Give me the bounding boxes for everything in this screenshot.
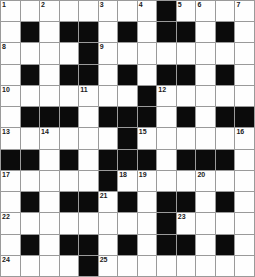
white-cell-r10c4[interactable]: [79, 213, 98, 233]
black-cell-r4c7: [138, 86, 157, 106]
white-cell-r9c12[interactable]: [235, 192, 254, 212]
white-cell-r6c5[interactable]: [99, 128, 118, 148]
black-cell-r5c5: [99, 107, 118, 127]
clue-number-23: 23: [178, 213, 186, 221]
black-cell-r5c2: [40, 107, 59, 127]
black-cell-r11c9: [177, 235, 196, 255]
white-cell-r2c12[interactable]: [235, 43, 254, 63]
black-cell-r7c9: [177, 150, 196, 170]
clue-number-6: 6: [197, 1, 201, 9]
white-cell-r8c8[interactable]: [157, 171, 176, 191]
white-cell-r2c5[interactable]: 9: [99, 43, 118, 63]
white-cell-r10c9[interactable]: 23: [177, 213, 196, 233]
black-cell-r1c11: [216, 22, 235, 42]
white-cell-r0c2[interactable]: 2: [40, 1, 59, 21]
white-cell-r6c2[interactable]: 14: [40, 128, 59, 148]
white-cell-r7c12[interactable]: [235, 150, 254, 170]
black-cell-r12c4: [79, 256, 98, 276]
white-cell-r2c10[interactable]: [196, 43, 215, 63]
white-cell-r9c0[interactable]: [1, 192, 20, 212]
white-cell-r3c5[interactable]: [99, 65, 118, 85]
clue-number-13: 13: [2, 128, 10, 136]
white-cell-r6c8[interactable]: [157, 128, 176, 148]
white-cell-r8c12[interactable]: [235, 171, 254, 191]
white-cell-r10c3[interactable]: [60, 213, 79, 233]
white-cell-r12c11[interactable]: [216, 256, 235, 276]
white-cell-r0c5[interactable]: 3: [99, 1, 118, 21]
clue-number-7: 7: [236, 1, 240, 9]
clue-number-17: 17: [2, 171, 10, 179]
black-cell-r5c9: [177, 107, 196, 127]
clue-number-20: 20: [197, 171, 205, 179]
white-cell-r2c1[interactable]: [21, 43, 40, 63]
black-cell-r9c3: [60, 192, 79, 212]
white-cell-r6c7[interactable]: 15: [138, 128, 157, 148]
white-cell-r6c4[interactable]: [79, 128, 98, 148]
clue-number-4: 4: [139, 1, 143, 9]
black-cell-r9c6: [118, 192, 137, 212]
white-cell-r10c7[interactable]: [138, 213, 157, 233]
clue-number-9: 9: [100, 43, 104, 51]
clue-number-5: 5: [178, 1, 182, 9]
white-cell-r11c0[interactable]: [1, 235, 20, 255]
black-cell-r9c4: [79, 192, 98, 212]
clue-number-18: 18: [119, 171, 127, 179]
white-cell-r6c3[interactable]: [60, 128, 79, 148]
black-cell-r1c3: [60, 22, 79, 42]
clue-number-2: 2: [41, 1, 45, 9]
clue-number-16: 16: [236, 128, 244, 136]
black-cell-r3c11: [216, 65, 235, 85]
clue-number-12: 12: [158, 86, 166, 94]
black-cell-r11c8: [157, 235, 176, 255]
white-cell-r2c3[interactable]: [60, 43, 79, 63]
white-cell-r8c4[interactable]: [79, 171, 98, 191]
white-cell-r9c5[interactable]: 21: [99, 192, 118, 212]
black-cell-r3c4: [79, 65, 98, 85]
white-cell-r12c0[interactable]: 24: [1, 256, 20, 276]
white-cell-r2c2[interactable]: [40, 43, 59, 63]
white-cell-r4c5[interactable]: [99, 86, 118, 106]
white-cell-r9c10[interactable]: [196, 192, 215, 212]
white-cell-r9c2[interactable]: [40, 192, 59, 212]
black-cell-r7c6: [118, 150, 137, 170]
white-cell-r1c10[interactable]: [196, 22, 215, 42]
black-cell-r5c11: [216, 107, 235, 127]
white-cell-r2c6[interactable]: [118, 43, 137, 63]
black-cell-r9c8: [157, 192, 176, 212]
white-cell-r10c10[interactable]: [196, 213, 215, 233]
white-cell-r2c0[interactable]: 8: [1, 43, 20, 63]
black-cell-r11c6: [118, 235, 137, 255]
black-cell-r3c8: [157, 65, 176, 85]
white-cell-r3c7[interactable]: [138, 65, 157, 85]
white-cell-r10c5[interactable]: [99, 213, 118, 233]
white-cell-r4c4[interactable]: 11: [79, 86, 98, 106]
white-cell-r6c1[interactable]: [21, 128, 40, 148]
white-cell-r6c11[interactable]: [216, 128, 235, 148]
black-cell-r11c11: [216, 235, 235, 255]
white-cell-r8c6[interactable]: 18: [118, 171, 137, 191]
white-cell-r10c11[interactable]: [216, 213, 235, 233]
white-cell-r2c8[interactable]: [157, 43, 176, 63]
white-cell-r8c3[interactable]: [60, 171, 79, 191]
white-cell-r1c0[interactable]: [1, 22, 20, 42]
black-cell-r1c8: [157, 22, 176, 42]
white-cell-r4c10[interactable]: [196, 86, 215, 106]
white-cell-r0c10[interactable]: 6: [196, 1, 215, 21]
white-cell-r0c1[interactable]: [21, 1, 40, 21]
white-cell-r12c12[interactable]: [235, 256, 254, 276]
black-cell-r7c10: [196, 150, 215, 170]
white-cell-r12c1[interactable]: [21, 256, 40, 276]
white-cell-r9c7[interactable]: [138, 192, 157, 212]
white-cell-r4c2[interactable]: [40, 86, 59, 106]
white-cell-r2c9[interactable]: [177, 43, 196, 63]
black-cell-r5c3: [60, 107, 79, 127]
white-cell-r6c10[interactable]: [196, 128, 215, 148]
white-cell-r12c9[interactable]: [177, 256, 196, 276]
white-cell-r0c9[interactable]: 5: [177, 1, 196, 21]
clue-number-8: 8: [2, 43, 6, 51]
white-cell-r4c11[interactable]: [216, 86, 235, 106]
black-cell-r10c8: [157, 213, 176, 233]
white-cell-r3c2[interactable]: [40, 65, 59, 85]
white-cell-r5c4[interactable]: [79, 107, 98, 127]
black-cell-r11c1: [21, 235, 40, 255]
clue-number-10: 10: [2, 86, 10, 94]
black-cell-r5c7: [138, 107, 157, 127]
clue-number-19: 19: [139, 171, 147, 179]
black-cell-r3c6: [118, 65, 137, 85]
clue-number-14: 14: [41, 128, 49, 136]
white-cell-r0c11[interactable]: [216, 1, 235, 21]
white-cell-r12c2[interactable]: [40, 256, 59, 276]
white-cell-r2c11[interactable]: [216, 43, 235, 63]
black-cell-r1c9: [177, 22, 196, 42]
black-cell-r1c4: [79, 22, 98, 42]
black-cell-r7c5: [99, 150, 118, 170]
clue-number-24: 24: [2, 256, 10, 264]
white-cell-r11c2[interactable]: [40, 235, 59, 255]
white-cell-r8c1[interactable]: [21, 171, 40, 191]
black-cell-r9c9: [177, 192, 196, 212]
clue-number-25: 25: [100, 256, 108, 264]
clue-number-11: 11: [80, 86, 87, 94]
white-cell-r11c12[interactable]: [235, 235, 254, 255]
black-cell-r7c7: [138, 150, 157, 170]
clue-number-15: 15: [139, 128, 147, 136]
white-cell-r6c0[interactable]: 13: [1, 128, 20, 148]
black-cell-r11c3: [60, 235, 79, 255]
clue-number-1: 1: [2, 1, 6, 9]
white-cell-r3c12[interactable]: [235, 65, 254, 85]
white-cell-r10c6[interactable]: [118, 213, 137, 233]
black-cell-r6c6: [118, 128, 137, 148]
white-cell-r11c5[interactable]: [99, 235, 118, 255]
black-cell-r7c3: [60, 150, 79, 170]
white-cell-r12c8[interactable]: [157, 256, 176, 276]
black-cell-r5c12: [235, 107, 254, 127]
white-cell-r6c9[interactable]: [177, 128, 196, 148]
white-cell-r8c11[interactable]: [216, 171, 235, 191]
black-cell-r1c6: [118, 22, 137, 42]
white-cell-r8c7[interactable]: 19: [138, 171, 157, 191]
clue-number-21: 21: [100, 192, 108, 200]
white-cell-r8c9[interactable]: [177, 171, 196, 191]
white-cell-r12c7[interactable]: [138, 256, 157, 276]
white-cell-r8c2[interactable]: [40, 171, 59, 191]
white-cell-r7c4[interactable]: [79, 150, 98, 170]
white-cell-r4c3[interactable]: [60, 86, 79, 106]
white-cell-r10c0[interactable]: 22: [1, 213, 20, 233]
white-cell-r0c3[interactable]: [60, 1, 79, 21]
white-cell-r5c10[interactable]: [196, 107, 215, 127]
black-cell-r8c5: [99, 171, 118, 191]
white-cell-r10c2[interactable]: [40, 213, 59, 233]
black-cell-r11c4: [79, 235, 98, 255]
white-cell-r4c1[interactable]: [21, 86, 40, 106]
white-cell-r12c5[interactable]: 25: [99, 256, 118, 276]
white-cell-r4c0[interactable]: 10: [1, 86, 20, 106]
white-cell-r5c0[interactable]: [1, 107, 20, 127]
white-cell-r8c0[interactable]: 17: [1, 171, 20, 191]
crossword-grid: 1234567891011121314151617181920212223242…: [0, 0, 255, 277]
white-cell-r4c6[interactable]: [118, 86, 137, 106]
white-cell-r6c12[interactable]: 16: [235, 128, 254, 148]
white-cell-r3c10[interactable]: [196, 65, 215, 85]
black-cell-r5c6: [118, 107, 137, 127]
white-cell-r7c8[interactable]: [157, 150, 176, 170]
white-cell-r12c10[interactable]: [196, 256, 215, 276]
white-cell-r4c9[interactable]: [177, 86, 196, 106]
white-cell-r11c10[interactable]: [196, 235, 215, 255]
black-cell-r9c11: [216, 192, 235, 212]
white-cell-r2c7[interactable]: [138, 43, 157, 63]
black-cell-r7c0: [1, 150, 20, 170]
white-cell-r1c7[interactable]: [138, 22, 157, 42]
white-cell-r10c1[interactable]: [21, 213, 40, 233]
white-cell-r12c6[interactable]: [118, 256, 137, 276]
black-cell-r2c4: [79, 43, 98, 63]
clue-number-3: 3: [100, 1, 104, 9]
black-cell-r9c1: [21, 192, 40, 212]
black-cell-r7c1: [21, 150, 40, 170]
white-cell-r11c7[interactable]: [138, 235, 157, 255]
white-cell-r4c8[interactable]: 12: [157, 86, 176, 106]
white-cell-r0c4[interactable]: [79, 1, 98, 21]
black-cell-r3c3: [60, 65, 79, 85]
black-cell-r5c1: [21, 107, 40, 127]
white-cell-r7c2[interactable]: [40, 150, 59, 170]
black-cell-r1c1: [21, 22, 40, 42]
white-cell-r0c7[interactable]: 4: [138, 1, 157, 21]
white-cell-r0c6[interactable]: [118, 1, 137, 21]
white-cell-r3c0[interactable]: [1, 65, 20, 85]
white-cell-r1c12[interactable]: [235, 22, 254, 42]
white-cell-r8c10[interactable]: 20: [196, 171, 215, 191]
white-cell-r0c12[interactable]: 7: [235, 1, 254, 21]
white-cell-r12c3[interactable]: [60, 256, 79, 276]
black-cell-r3c1: [21, 65, 40, 85]
white-cell-r5c8[interactable]: [157, 107, 176, 127]
white-cell-r0c0[interactable]: 1: [1, 1, 20, 21]
black-cell-r0c8: [157, 1, 176, 21]
white-cell-r1c5[interactable]: [99, 22, 118, 42]
white-cell-r4c12[interactable]: [235, 86, 254, 106]
white-cell-r1c2[interactable]: [40, 22, 59, 42]
black-cell-r3c9: [177, 65, 196, 85]
clue-number-22: 22: [2, 213, 10, 221]
black-cell-r7c11: [216, 150, 235, 170]
white-cell-r10c12[interactable]: [235, 213, 254, 233]
